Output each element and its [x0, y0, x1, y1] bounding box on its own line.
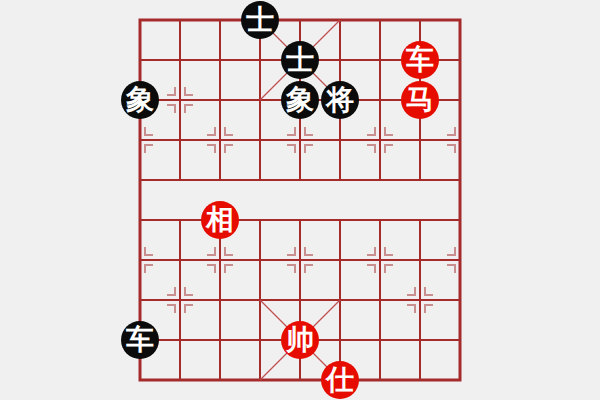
piece-glyph: 象	[126, 86, 154, 114]
piece-glyph: 车	[126, 326, 154, 354]
red-piece-disc: 仕	[321, 361, 359, 399]
black-elephant-2[interactable]: 象	[280, 80, 320, 120]
black-piece-disc: 象	[281, 81, 319, 119]
black-piece-disc: 士	[281, 41, 319, 79]
red-horse[interactable]: 马	[400, 80, 440, 120]
piece-glyph: 仕	[326, 366, 354, 394]
red-piece-disc: 相	[201, 201, 239, 239]
piece-glyph: 马	[406, 86, 434, 114]
piece-glyph: 相	[206, 206, 234, 234]
piece-glyph: 士	[286, 46, 314, 74]
black-piece-disc: 车	[121, 321, 159, 359]
piece-glyph: 士	[246, 6, 274, 34]
xiangqi-board-container: 士士象象将车马相车帅仕	[0, 0, 600, 400]
red-piece-disc: 帅	[281, 321, 319, 359]
piece-glyph: 将	[326, 86, 354, 114]
black-advisor-2[interactable]: 士	[280, 40, 320, 80]
red-piece-disc: 车	[401, 41, 439, 79]
piece-glyph: 帅	[286, 326, 314, 354]
red-elephant[interactable]: 相	[200, 200, 240, 240]
piece-glyph: 象	[286, 86, 314, 114]
red-piece-disc: 马	[401, 81, 439, 119]
black-elephant-1[interactable]: 象	[120, 80, 160, 120]
black-advisor-1[interactable]: 士	[240, 0, 280, 40]
red-general[interactable]: 帅	[280, 320, 320, 360]
black-piece-disc: 将	[321, 81, 359, 119]
piece-grid: 士士象象将车马相车帅仕	[120, 0, 480, 400]
black-chariot[interactable]: 车	[120, 320, 160, 360]
red-chariot[interactable]: 车	[400, 40, 440, 80]
piece-glyph: 车	[406, 46, 434, 74]
red-advisor[interactable]: 仕	[320, 360, 360, 400]
black-general[interactable]: 将	[320, 80, 360, 120]
black-piece-disc: 士	[241, 1, 279, 39]
black-piece-disc: 象	[121, 81, 159, 119]
